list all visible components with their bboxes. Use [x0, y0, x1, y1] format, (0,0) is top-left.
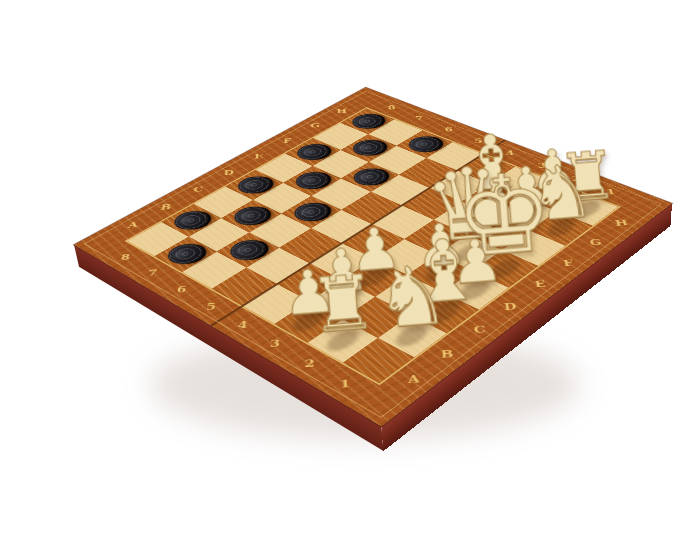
knight-glyph: ♞: [372, 253, 452, 340]
far-file-label-c: C: [193, 185, 204, 193]
near-file-label-f: F: [562, 258, 574, 268]
left-rank-label-3: 3: [270, 338, 281, 349]
near-file-label-d: D: [503, 301, 517, 312]
product-photo-scene: ♚♛♝♝♜♜♞♞♟♟♟♟♟♟♟♟ AABBCCDDEEFFGGHH1122334…: [0, 0, 700, 539]
far-file-label-h: H: [337, 108, 348, 115]
far-file-label-d: D: [223, 169, 234, 177]
far-file-label-e: E: [254, 153, 264, 160]
left-rank-label-4: 4: [237, 319, 248, 330]
left-rank-label-5: 5: [206, 302, 217, 312]
right-rank-label-8: 8: [387, 104, 395, 111]
board-grid: ♚♛♝♝♜♜♞♞♟♟♟♟♟♟♟♟: [127, 108, 618, 383]
near-file-label-c: C: [473, 324, 486, 335]
near-file-label-h: H: [614, 218, 629, 227]
near-file-label-b: B: [440, 348, 454, 360]
rook-glyph: ♜: [306, 265, 379, 345]
near-file-label-a: A: [407, 373, 420, 385]
far-file-label-b: B: [160, 203, 172, 211]
right-rank-label-6: 6: [444, 126, 453, 133]
left-rank-label-8: 8: [120, 252, 131, 261]
far-file-label-f: F: [283, 137, 292, 144]
right-rank-label-7: 7: [415, 115, 424, 122]
left-rank-label-1: 1: [340, 378, 351, 390]
left-rank-label-2: 2: [304, 357, 315, 369]
left-rank-label-6: 6: [176, 284, 187, 294]
near-file-label-g: G: [588, 238, 602, 247]
far-file-label-a: A: [127, 221, 139, 230]
near-file-label-e: E: [534, 279, 547, 289]
far-file-label-g: G: [310, 122, 320, 129]
left-rank-label-7: 7: [147, 268, 158, 278]
